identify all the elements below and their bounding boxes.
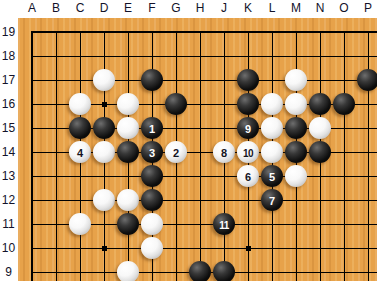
white-stone-g14[interactable]: 2 <box>165 141 187 163</box>
grid-line-col-a <box>31 31 33 281</box>
black-stone-j9[interactable] <box>213 261 235 281</box>
move-number-label: 5 <box>269 171 275 183</box>
move-number-label: 11 <box>219 220 229 231</box>
grid-line-row-17 <box>31 80 377 81</box>
white-stone-e16[interactable] <box>117 93 139 115</box>
column-label-f: F <box>143 1 161 16</box>
black-stone-k15[interactable]: 9 <box>237 117 259 139</box>
white-stone-e15[interactable] <box>117 117 139 139</box>
white-stone-k14[interactable]: 10 <box>237 141 259 163</box>
column-label-j: J <box>215 1 233 16</box>
column-label-m: M <box>287 1 305 16</box>
black-stone-g16[interactable] <box>165 93 187 115</box>
star-point-d10 <box>102 246 107 251</box>
row-label-16: 16 <box>0 96 17 112</box>
black-stone-f13[interactable] <box>141 165 163 187</box>
column-label-o: O <box>335 1 353 16</box>
column-label-h: H <box>191 1 209 16</box>
row-label-11: 11 <box>0 216 17 232</box>
column-label-e: E <box>119 1 137 16</box>
move-number-label: 6 <box>245 171 251 183</box>
white-stone-c16[interactable] <box>69 93 91 115</box>
white-stone-f10[interactable] <box>141 237 163 259</box>
row-label-9: 9 <box>0 264 17 280</box>
white-stone-d14[interactable] <box>93 141 115 163</box>
grid-line-row-12 <box>31 200 377 201</box>
black-stone-f12[interactable] <box>141 189 163 211</box>
move-number-label: 4 <box>77 147 83 159</box>
black-stone-m15[interactable] <box>285 117 307 139</box>
column-label-l: L <box>263 1 281 16</box>
white-stone-k13[interactable]: 6 <box>237 165 259 187</box>
move-number-label: 9 <box>245 123 251 135</box>
move-number-label: 8 <box>221 147 227 159</box>
row-label-18: 18 <box>0 48 17 64</box>
move-number-label: 10 <box>243 148 253 159</box>
column-label-k: K <box>239 1 257 16</box>
grid-line-col-b <box>56 31 57 281</box>
black-stone-d15[interactable] <box>93 117 115 139</box>
black-stone-l13[interactable]: 5 <box>261 165 283 187</box>
white-stone-m17[interactable] <box>285 69 307 91</box>
move-number-label: 1 <box>149 123 155 135</box>
white-stone-j14[interactable]: 8 <box>213 141 235 163</box>
black-stone-n16[interactable] <box>309 93 331 115</box>
white-stone-c14[interactable]: 4 <box>69 141 91 163</box>
white-stone-l14[interactable] <box>261 141 283 163</box>
white-stone-e9[interactable] <box>117 261 139 281</box>
row-label-17: 17 <box>0 72 17 88</box>
white-stone-n15[interactable] <box>309 117 331 139</box>
white-stone-c11[interactable] <box>69 213 91 235</box>
black-stone-h9[interactable] <box>189 261 211 281</box>
black-stone-n14[interactable] <box>309 141 331 163</box>
star-point-k10 <box>246 246 251 251</box>
white-stone-l16[interactable] <box>261 93 283 115</box>
move-number-label: 7 <box>269 195 275 207</box>
black-stone-j11[interactable]: 11 <box>213 213 235 235</box>
black-stone-k17[interactable] <box>237 69 259 91</box>
column-label-g: G <box>167 1 185 16</box>
row-label-14: 14 <box>0 144 17 160</box>
move-number-label: 3 <box>149 147 155 159</box>
grid-line-col-h <box>200 31 201 281</box>
grid-line-col-o <box>344 31 345 281</box>
go-board-diagram: ABCDEFGHJKLMNOP191817161514131211109 194… <box>0 0 377 281</box>
white-stone-d12[interactable] <box>93 189 115 211</box>
row-label-10: 10 <box>0 240 17 256</box>
white-stone-d17[interactable] <box>93 69 115 91</box>
black-stone-c15[interactable] <box>69 117 91 139</box>
grid-line-row-18 <box>31 56 377 57</box>
grid-line-row-10 <box>31 248 377 249</box>
grid-line-row-13 <box>31 176 377 177</box>
white-stone-f11[interactable] <box>141 213 163 235</box>
column-label-p: P <box>359 1 377 16</box>
grid-line-row-19 <box>31 31 377 33</box>
black-stone-e11[interactable] <box>117 213 139 235</box>
column-label-a: A <box>23 1 41 16</box>
black-stone-e14[interactable] <box>117 141 139 163</box>
column-label-c: C <box>71 1 89 16</box>
row-label-12: 12 <box>0 192 17 208</box>
column-label-d: D <box>95 1 113 16</box>
row-label-15: 15 <box>0 120 17 136</box>
black-stone-o16[interactable] <box>333 93 355 115</box>
star-point-d16 <box>102 102 107 107</box>
white-stone-e12[interactable] <box>117 189 139 211</box>
white-stone-m13[interactable] <box>285 165 307 187</box>
black-stone-f15[interactable]: 1 <box>141 117 163 139</box>
black-stone-l12[interactable]: 7 <box>261 189 283 211</box>
column-label-b: B <box>47 1 65 16</box>
white-stone-l15[interactable] <box>261 117 283 139</box>
move-number-label: 2 <box>173 147 179 159</box>
black-stone-f14[interactable]: 3 <box>141 141 163 163</box>
row-label-13: 13 <box>0 168 17 184</box>
black-stone-f17[interactable] <box>141 69 163 91</box>
column-label-n: N <box>311 1 329 16</box>
black-stone-p17[interactable] <box>357 69 377 91</box>
white-stone-m16[interactable] <box>285 93 307 115</box>
black-stone-k16[interactable] <box>237 93 259 115</box>
row-label-19: 19 <box>0 24 17 40</box>
black-stone-m14[interactable] <box>285 141 307 163</box>
